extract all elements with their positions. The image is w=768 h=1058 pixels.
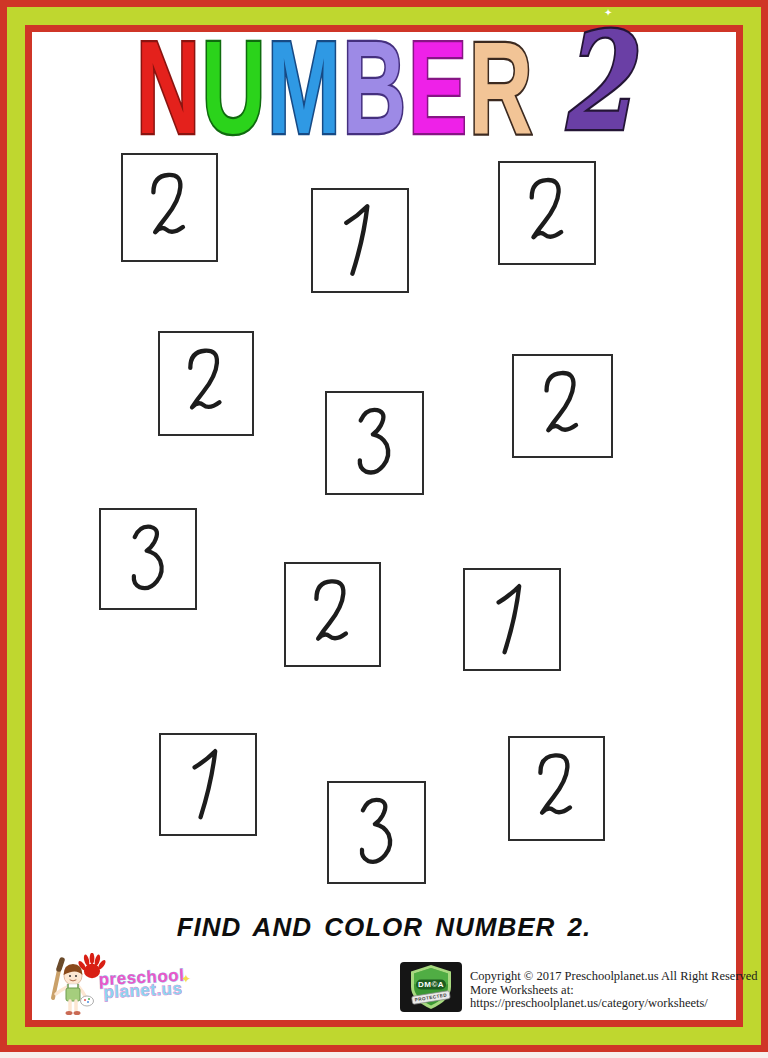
number-box-2[interactable] — [508, 736, 605, 841]
digit-1-glyph — [334, 201, 387, 280]
dmca-shield-icon: DM©A PROTECTED — [400, 962, 462, 1012]
footer-logo: preschool planet.us ✦ — [42, 954, 192, 1020]
number-box-2[interactable] — [512, 354, 613, 458]
number-box-2[interactable] — [498, 161, 596, 265]
dmca-label: DM©A — [418, 980, 444, 989]
logo-sparkle-icon: ✦ — [181, 972, 191, 986]
number-box-1[interactable] — [159, 733, 257, 836]
copyright-line2: More Worksheets at: — [470, 984, 758, 998]
worksheet-layer: NUMBER2 FIND AND COLOR NUMBER 2. — [0, 0, 768, 1058]
instruction-text: FIND AND COLOR NUMBER 2. — [0, 912, 768, 943]
number-box-3[interactable] — [99, 508, 197, 610]
number-box-2[interactable] — [121, 153, 218, 262]
digit-2-glyph — [530, 749, 582, 828]
copyright-line3: https://preschoolplanet.us/category/work… — [470, 997, 758, 1011]
digit-2-glyph — [180, 344, 232, 423]
number-box-1[interactable] — [311, 188, 409, 293]
digit-2-glyph — [143, 167, 195, 249]
digit-2-glyph — [306, 575, 358, 654]
logo-text-planet: planet.us — [103, 982, 185, 1000]
number-box-1[interactable] — [463, 568, 561, 671]
digit-2-glyph — [521, 174, 574, 252]
digit-1-glyph — [182, 746, 235, 823]
kid-painter-icon — [42, 956, 104, 1020]
number-box-3[interactable] — [327, 781, 426, 884]
digit-2-glyph — [535, 367, 589, 445]
copyright-block: Copyright © 2017 Preschoolplanet.us All … — [470, 970, 758, 1011]
dmca-badge: DM©A PROTECTED — [400, 962, 462, 1012]
number-box-2[interactable] — [158, 331, 254, 436]
digit-3-glyph — [348, 404, 401, 482]
digit-1-glyph — [486, 581, 539, 658]
digit-3-glyph — [350, 794, 403, 871]
digit-3-glyph — [122, 521, 175, 597]
number-box-3[interactable] — [325, 391, 424, 495]
number-box-2[interactable] — [284, 562, 381, 667]
logo-text: preschool planet.us — [98, 969, 185, 1000]
copyright-line1: Copyright © 2017 Preschoolplanet.us All … — [470, 970, 758, 984]
worksheet-board — [0, 0, 768, 1058]
